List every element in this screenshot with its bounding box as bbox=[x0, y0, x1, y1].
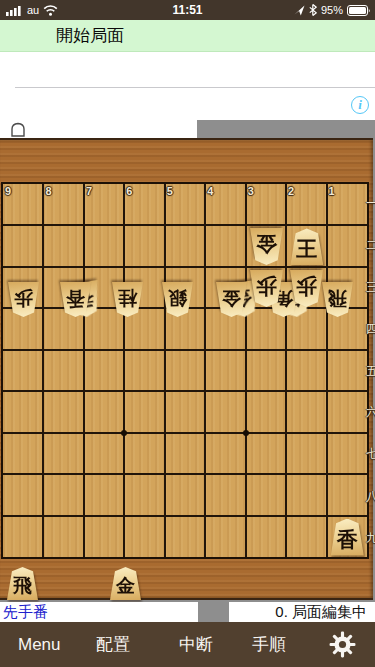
board-wood: 歩 16 香 香 香 桂 4 銀 4 金 金 角 角 飛 bbox=[0, 138, 373, 600]
hand-top-rook[interactable]: 飛 bbox=[322, 282, 353, 317]
rank-label: 二 bbox=[366, 237, 375, 254]
hand-top-silver[interactable]: 銀 bbox=[162, 282, 193, 317]
gear-icon[interactable] bbox=[329, 631, 356, 658]
file-label: 7 bbox=[86, 185, 92, 197]
hand-bottom-rook[interactable]: 飛 bbox=[7, 567, 38, 600]
rank-label: 八 bbox=[366, 488, 375, 505]
bluetooth-icon bbox=[309, 4, 317, 16]
turn-indicator-panel: 先手番 bbox=[0, 602, 198, 622]
haichi-button[interactable]: 配置 bbox=[96, 622, 130, 667]
tejun-button[interactable]: 手順 bbox=[252, 622, 286, 667]
turn-indicator: 先手番 bbox=[3, 603, 48, 622]
board-piece[interactable]: 金 bbox=[250, 228, 283, 265]
status-bar: au 11:51 95% bbox=[0, 0, 375, 20]
app-screen: au 11:51 95% 開始局面 bbox=[0, 0, 375, 667]
hand-top-pawn[interactable]: 歩 bbox=[8, 282, 39, 317]
page-title: 開始局面 bbox=[56, 20, 124, 51]
hand-top-lance[interactable]: 香 香 香 bbox=[60, 282, 91, 317]
file-label: 8 bbox=[45, 185, 51, 197]
board-piece[interactable]: 歩 bbox=[250, 270, 283, 307]
file-label: 4 bbox=[207, 185, 213, 197]
title-bar: 開始局面 bbox=[0, 20, 375, 52]
battery-icon bbox=[347, 5, 371, 16]
rank-label: 九 bbox=[366, 530, 375, 547]
move-status-panel: 0. 局面編集中 bbox=[229, 602, 375, 622]
hand-bottom-gold[interactable]: 金 bbox=[110, 567, 141, 600]
rank-label: 四 bbox=[366, 321, 375, 338]
shogi-board[interactable]: 9 8 7 6 5 4 3 2 1 金 王 歩 歩 香 bbox=[1, 182, 369, 559]
hand-top-gold[interactable]: 金 金 bbox=[216, 282, 247, 317]
rank-label: 五 bbox=[366, 363, 375, 380]
chudan-button[interactable]: 中断 bbox=[179, 622, 213, 667]
file-label: 5 bbox=[167, 185, 173, 197]
hand-top-knight[interactable]: 桂 bbox=[112, 282, 143, 317]
file-label: 9 bbox=[5, 185, 11, 197]
hoshi-dot bbox=[121, 430, 127, 436]
board-piece[interactable]: 歩 bbox=[290, 270, 323, 307]
rank-label: 一 bbox=[366, 195, 375, 212]
info-icon[interactable]: i bbox=[351, 96, 369, 114]
file-label: 1 bbox=[329, 185, 335, 197]
rank-label: 三 bbox=[366, 279, 375, 296]
board-piece[interactable]: 香 bbox=[331, 519, 364, 556]
hoshi-dot bbox=[243, 430, 249, 436]
content-area bbox=[0, 52, 375, 120]
battery-percent: 95% bbox=[321, 4, 343, 16]
piece-box-bar[interactable] bbox=[0, 120, 197, 138]
file-label: 6 bbox=[126, 185, 132, 197]
toolbar: Menu 配置 中断 手順 bbox=[0, 622, 375, 667]
separator-line bbox=[15, 87, 375, 88]
rank-label: 七 bbox=[366, 446, 375, 463]
location-arrow-icon bbox=[294, 5, 305, 16]
piece-outline-icon bbox=[9, 122, 27, 137]
move-status: 0. 局面編集中 bbox=[275, 603, 367, 622]
file-label: 3 bbox=[248, 185, 254, 197]
board-piece[interactable]: 王 bbox=[290, 228, 323, 265]
menu-button[interactable]: Menu bbox=[18, 622, 61, 667]
rank-label: 六 bbox=[366, 404, 375, 421]
file-label: 2 bbox=[288, 185, 294, 197]
